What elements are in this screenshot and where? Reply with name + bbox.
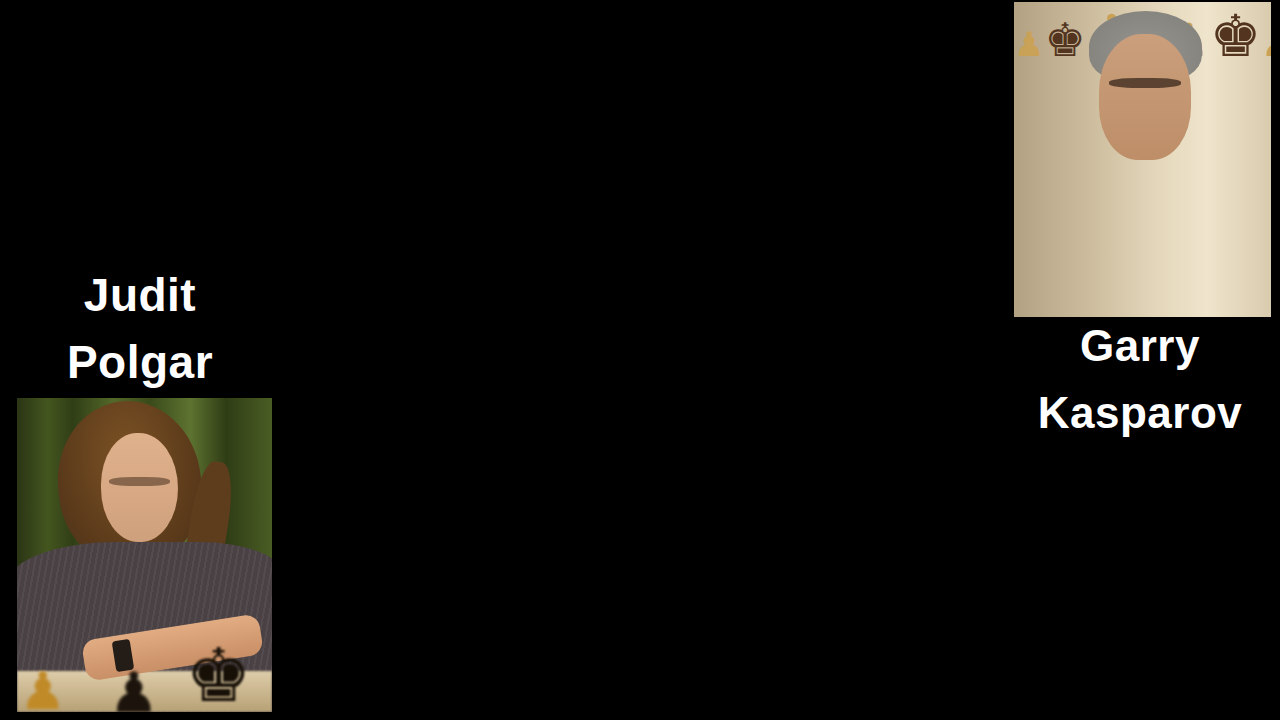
- black-last-name: Kasparov: [1000, 379, 1280, 446]
- photo-chess-piece-icon: ♟: [109, 660, 159, 712]
- photo-eyes: [1109, 78, 1181, 88]
- photo-chess-piece-icon: ♚: [1209, 3, 1261, 68]
- right-player-panel: ♟♚♟♛♟♚♟ Garry Kasparov: [1000, 0, 1280, 720]
- player-name-black: Garry Kasparov: [1000, 312, 1280, 446]
- left-player-panel: Judit Polgar ♟ ♟ ♚: [0, 0, 280, 720]
- player-name-white: Judit Polgar: [0, 262, 280, 396]
- white-last-name: Polgar: [0, 329, 280, 396]
- white-first-name: Judit: [0, 262, 280, 329]
- photo-chess-piece-icon: ♟: [1014, 25, 1044, 63]
- photo-hand: [1083, 115, 1165, 184]
- photo-eyes: [109, 477, 170, 486]
- judit-polgar-photo: ♟ ♟ ♚: [17, 398, 272, 712]
- photo-chess-piece-icon: ♚: [185, 632, 251, 712]
- photo-chess-piece-icon: ♟: [20, 661, 67, 712]
- photo-face: [101, 433, 178, 543]
- garry-kasparov-photo: ♟♚♟♛♟♚♟: [1014, 2, 1271, 317]
- photo-chess-piece-icon: ♟: [1261, 25, 1271, 63]
- black-first-name: Garry: [1000, 312, 1280, 379]
- photo-chess-piece-icon: ♚: [1044, 14, 1085, 66]
